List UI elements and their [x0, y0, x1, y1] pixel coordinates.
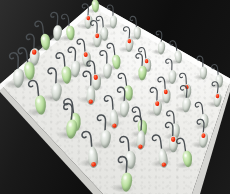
photo-ice-jig-tray	[0, 0, 230, 194]
foam-board-top-face	[0, 0, 230, 194]
hook-icon	[48, 10, 63, 29]
gloss-highlight	[42, 35, 47, 41]
gloss-highlight	[54, 27, 59, 32]
hook-icon	[85, 0, 97, 2]
hook-icon	[33, 18, 49, 38]
hook-icon	[23, 32, 39, 52]
